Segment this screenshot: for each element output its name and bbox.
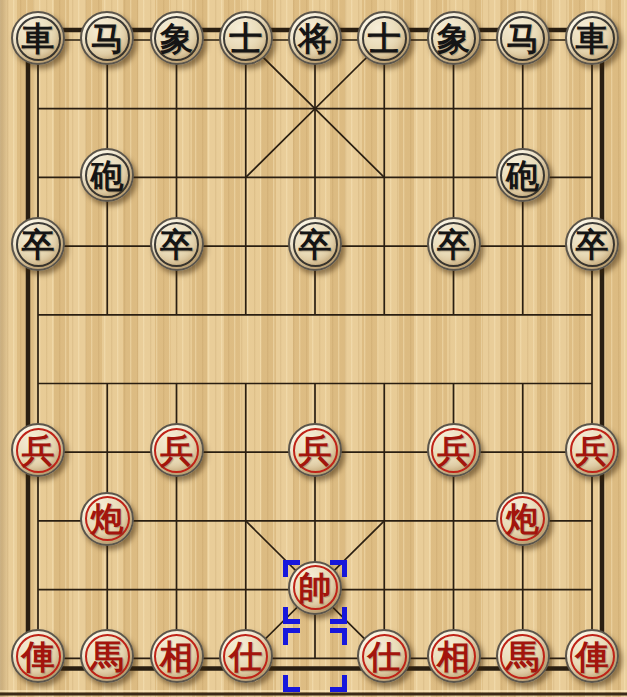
piece-glyph: 車 xyxy=(22,22,55,55)
piece-glyph: 卒 xyxy=(160,228,193,261)
piece-glyph: 仕 xyxy=(368,640,401,673)
piece-black-soldier[interactable]: 卒 xyxy=(565,217,619,271)
piece-glyph: 相 xyxy=(437,640,470,673)
piece-black-soldier[interactable]: 卒 xyxy=(11,217,65,271)
piece-glyph: 馬 xyxy=(91,640,124,673)
piece-glyph: 士 xyxy=(368,22,401,55)
piece-red-cannon[interactable]: 炮 xyxy=(80,492,134,546)
piece-red-advisor[interactable]: 仕 xyxy=(219,629,273,683)
piece-red-general[interactable]: 帥 xyxy=(288,561,342,615)
piece-black-advisor[interactable]: 士 xyxy=(357,11,411,65)
piece-glyph: 炮 xyxy=(506,502,539,535)
piece-glyph: 砲 xyxy=(91,159,124,192)
xiangqi-board: 車马象士将士象马車砲砲卒卒卒卒卒兵兵兵兵兵炮炮帥俥馬相仕仕相馬俥 xyxy=(0,0,627,697)
piece-red-chariot[interactable]: 俥 xyxy=(11,629,65,683)
piece-black-elephant[interactable]: 象 xyxy=(150,11,204,65)
piece-red-soldier[interactable]: 兵 xyxy=(11,423,65,477)
piece-black-general[interactable]: 将 xyxy=(288,11,342,65)
piece-glyph: 卒 xyxy=(299,228,332,261)
piece-black-soldier[interactable]: 卒 xyxy=(288,217,342,271)
piece-black-chariot[interactable]: 車 xyxy=(11,11,65,65)
piece-glyph: 俥 xyxy=(22,640,55,673)
piece-glyph: 帥 xyxy=(299,571,332,604)
piece-glyph: 炮 xyxy=(91,502,124,535)
piece-red-cannon[interactable]: 炮 xyxy=(496,492,550,546)
piece-glyph: 兵 xyxy=(576,434,609,467)
piece-glyph: 卒 xyxy=(437,228,470,261)
piece-red-soldier[interactable]: 兵 xyxy=(565,423,619,477)
piece-red-elephant[interactable]: 相 xyxy=(150,629,204,683)
piece-glyph: 兵 xyxy=(22,434,55,467)
piece-black-soldier[interactable]: 卒 xyxy=(150,217,204,271)
piece-glyph: 兵 xyxy=(160,434,193,467)
piece-black-elephant[interactable]: 象 xyxy=(427,11,481,65)
piece-glyph: 象 xyxy=(437,22,470,55)
piece-glyph: 砲 xyxy=(506,159,539,192)
piece-red-advisor[interactable]: 仕 xyxy=(357,629,411,683)
piece-black-cannon[interactable]: 砲 xyxy=(496,148,550,202)
piece-glyph: 俥 xyxy=(576,640,609,673)
piece-glyph: 卒 xyxy=(22,228,55,261)
piece-glyph: 仕 xyxy=(229,640,262,673)
piece-red-soldier[interactable]: 兵 xyxy=(427,423,481,477)
piece-glyph: 马 xyxy=(506,22,539,55)
piece-black-advisor[interactable]: 士 xyxy=(219,11,273,65)
pieces-layer: 車马象士将士象马車砲砲卒卒卒卒卒兵兵兵兵兵炮炮帥俥馬相仕仕相馬俥 xyxy=(0,0,627,697)
piece-red-horse[interactable]: 馬 xyxy=(496,629,550,683)
piece-glyph: 相 xyxy=(160,640,193,673)
piece-glyph: 車 xyxy=(576,22,609,55)
piece-glyph: 兵 xyxy=(437,434,470,467)
piece-black-horse[interactable]: 马 xyxy=(496,11,550,65)
piece-red-soldier[interactable]: 兵 xyxy=(288,423,342,477)
piece-glyph: 馬 xyxy=(506,640,539,673)
piece-glyph: 马 xyxy=(91,22,124,55)
piece-red-horse[interactable]: 馬 xyxy=(80,629,134,683)
piece-red-elephant[interactable]: 相 xyxy=(427,629,481,683)
piece-glyph: 士 xyxy=(229,22,262,55)
piece-black-chariot[interactable]: 車 xyxy=(565,11,619,65)
piece-red-chariot[interactable]: 俥 xyxy=(565,629,619,683)
piece-black-cannon[interactable]: 砲 xyxy=(80,148,134,202)
piece-black-soldier[interactable]: 卒 xyxy=(427,217,481,271)
piece-glyph: 卒 xyxy=(576,228,609,261)
piece-glyph: 兵 xyxy=(299,434,332,467)
piece-red-soldier[interactable]: 兵 xyxy=(150,423,204,477)
piece-glyph: 将 xyxy=(299,22,332,55)
piece-glyph: 象 xyxy=(160,22,193,55)
piece-black-horse[interactable]: 马 xyxy=(80,11,134,65)
